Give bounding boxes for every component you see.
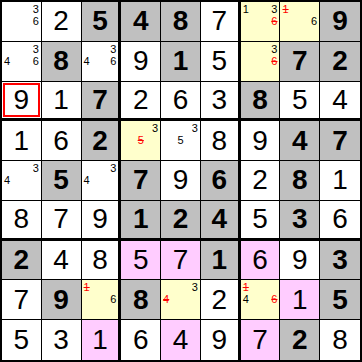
cell-value: 1 (14, 127, 30, 155)
cell-value: 2 (292, 326, 308, 354)
cell-r5c8[interactable]: 8 (280, 161, 320, 201)
candidate-grid: 36 (2, 2, 41, 41)
cell-r6c1[interactable]: 8 (2, 201, 42, 241)
cell-value: 2 (211, 286, 227, 314)
cell-r8c8[interactable]: 1 (280, 280, 320, 320)
cell-value: 7 (53, 205, 69, 233)
cell-r1c9[interactable]: 9 (320, 2, 360, 42)
candidate-mark: 3 (105, 44, 116, 56)
cell-r6c5[interactable]: 2 (161, 201, 201, 241)
cell-r6c8[interactable]: 3 (280, 201, 320, 241)
cell-r2c3[interactable]: 346 (82, 42, 122, 82)
cell-value: 1 (332, 166, 348, 194)
cell-value: 9 (133, 47, 149, 75)
cell-r8c7[interactable]: 146 (241, 280, 281, 320)
candidate-mark-eliminated: 6 (266, 55, 278, 67)
cell-value: 8 (53, 47, 69, 75)
cell-r8c4[interactable]: 8 (121, 280, 161, 320)
cell-value: 4 (292, 127, 308, 155)
candidate-mark: 4 (84, 175, 95, 187)
cell-r4c6[interactable]: 8 (201, 121, 241, 161)
candidate-mark: 5 (175, 135, 187, 147)
cell-r1c6[interactable]: 7 (201, 2, 241, 42)
cell-value: 6 (173, 86, 189, 114)
cell-r5c9[interactable]: 1 (320, 161, 360, 201)
cell-r2c7[interactable]: 36 (241, 42, 281, 82)
cell-r4c3[interactable]: 2 (82, 121, 122, 161)
cell-r8c2[interactable]: 9 (42, 280, 82, 320)
cell-value: 7 (14, 286, 30, 314)
cell-r3c4[interactable]: 2 (121, 82, 161, 122)
candidate-mark-eliminated: 4 (163, 294, 175, 306)
cell-r3c8[interactable]: 5 (280, 82, 320, 122)
cell-r3c9[interactable]: 4 (320, 82, 360, 122)
cell-r3c2[interactable]: 1 (42, 82, 82, 122)
cell-r2c8[interactable]: 7 (280, 42, 320, 82)
cell-value: 9 (211, 326, 227, 354)
candidate-mark: 4 (243, 294, 255, 306)
candidate-grid: 136 (241, 2, 280, 41)
cell-r2c9[interactable]: 2 (320, 42, 360, 82)
candidate-mark-eliminated: 5 (135, 135, 147, 147)
cell-r9c9[interactable]: 8 (320, 320, 360, 360)
cell-value: 1 (292, 286, 308, 314)
candidate-grid: 35 (161, 121, 200, 160)
cell-r6c3[interactable]: 9 (82, 201, 122, 241)
cell-r5c4[interactable]: 7 (121, 161, 161, 201)
cell-r2c2[interactable]: 8 (42, 42, 82, 82)
cell-value: 4 (211, 205, 227, 233)
cell-r5c1[interactable]: 34 (2, 161, 42, 201)
cell-value: 2 (173, 205, 189, 233)
candidate-grid: 346 (2, 42, 41, 81)
cell-r7c5[interactable]: 7 (161, 241, 201, 281)
cell-r1c8[interactable]: 16 (280, 2, 320, 42)
cell-r6c6[interactable]: 4 (201, 201, 241, 241)
candidate-mark: 4 (4, 55, 16, 67)
cell-value: 7 (332, 127, 348, 155)
cell-value: 9 (252, 127, 268, 155)
cell-value: 1 (133, 205, 149, 233)
cell-value: 7 (211, 7, 227, 35)
cell-value: 7 (173, 246, 189, 274)
cell-value: 5 (252, 205, 268, 233)
cell-r9c8[interactable]: 2 (280, 320, 320, 360)
candidate-mark: 1 (243, 4, 255, 16)
cell-value: 3 (292, 205, 308, 233)
cell-r2c4[interactable]: 9 (121, 42, 161, 82)
cell-r4c9[interactable]: 7 (320, 121, 360, 161)
cell-r5c7[interactable]: 2 (241, 161, 281, 201)
candidate-grid: 34 (2, 161, 41, 200)
candidate-mark: 6 (105, 294, 116, 306)
cell-r5c5[interactable]: 9 (161, 161, 201, 201)
cell-r4c4[interactable]: 35 (121, 121, 161, 161)
cell-r4c7[interactable]: 9 (241, 121, 281, 161)
candidate-mark: 3 (147, 123, 159, 135)
cell-r5c3[interactable]: 34 (82, 161, 122, 201)
candidate-grid: 346 (82, 42, 119, 81)
cell-r5c2[interactable]: 5 (42, 161, 82, 201)
cell-value: 8 (14, 205, 30, 233)
cell-r8c1[interactable]: 7 (2, 280, 42, 320)
candidate-mark: 3 (266, 4, 278, 16)
cell-value: 4 (173, 326, 189, 354)
cell-value: 7 (92, 86, 108, 114)
cell-value: 2 (252, 166, 268, 194)
cell-r9c1[interactable]: 5 (2, 320, 42, 360)
cell-r7c1[interactable]: 2 (2, 241, 42, 281)
cell-r3c1[interactable]: 9 (2, 82, 42, 122)
cell-value: 9 (92, 205, 108, 233)
cell-r4c8[interactable]: 4 (280, 121, 320, 161)
cell-value: 6 (133, 326, 149, 354)
candidate-grid: 36 (241, 42, 280, 81)
cell-r2c6[interactable]: 5 (201, 42, 241, 82)
cell-r4c2[interactable]: 6 (42, 121, 82, 161)
candidate-mark: 4 (4, 175, 16, 187)
cell-value: 4 (332, 86, 348, 114)
candidate-mark: 3 (27, 4, 39, 16)
candidate-mark: 3 (105, 163, 116, 175)
cell-value: 6 (211, 166, 227, 194)
cell-value: 3 (53, 326, 69, 354)
cell-r1c3[interactable]: 5 (82, 2, 122, 42)
cell-value: 1 (173, 47, 189, 75)
candidate-mark: 3 (27, 163, 39, 175)
cell-r9c5[interactable]: 4 (161, 320, 201, 360)
candidate-mark-eliminated: 1 (243, 282, 255, 294)
cell-r1c1[interactable]: 36 (2, 2, 42, 42)
cell-value: 7 (133, 166, 149, 194)
cell-value: 5 (133, 246, 149, 274)
cell-value: 7 (292, 47, 308, 75)
sudoku-board: 3625487136169346834691536729172638541623… (0, 0, 362, 362)
cell-r2c1[interactable]: 346 (2, 42, 42, 82)
candidate-mark: 3 (186, 282, 198, 294)
cell-value: 7 (252, 326, 268, 354)
cell-r4c5[interactable]: 35 (161, 121, 201, 161)
candidate-mark-eliminated: 6 (266, 294, 278, 306)
cell-r6c9[interactable]: 6 (320, 201, 360, 241)
cell-value: 2 (53, 7, 69, 35)
cell-value: 8 (252, 86, 268, 114)
cell-value: 8 (292, 166, 308, 194)
cell-r7c7[interactable]: 6 (241, 241, 281, 281)
cell-r7c9[interactable]: 3 (320, 241, 360, 281)
cell-r1c5[interactable]: 8 (161, 2, 201, 42)
cell-r6c2[interactable]: 7 (42, 201, 82, 241)
cell-r8c5[interactable]: 34 (161, 280, 201, 320)
cell-value: 5 (332, 286, 348, 314)
cell-r3c5[interactable]: 6 (161, 82, 201, 122)
cell-r1c2[interactable]: 2 (42, 2, 82, 42)
cell-value: 5 (211, 47, 227, 75)
cell-value: 9 (14, 86, 30, 114)
cell-value: 5 (92, 7, 108, 35)
cell-value: 3 (332, 246, 348, 274)
candidate-mark: 3 (186, 123, 198, 135)
candidate-mark: 4 (84, 55, 95, 67)
cell-value: 9 (292, 246, 308, 274)
candidate-mark-eliminated: 1 (84, 282, 95, 294)
cell-value: 4 (133, 7, 149, 35)
cell-value: 2 (14, 246, 30, 274)
cell-value: 2 (92, 127, 108, 155)
cell-r9c2[interactable]: 3 (42, 320, 82, 360)
cell-r7c3[interactable]: 8 (82, 241, 122, 281)
cell-value: 9 (53, 286, 69, 314)
cell-r3c7[interactable]: 8 (241, 82, 281, 122)
candidate-grid: 34 (82, 161, 119, 200)
candidate-grid: 16 (280, 2, 319, 41)
cell-value: 6 (53, 127, 69, 155)
cell-r6c7[interactable]: 5 (241, 201, 281, 241)
candidate-mark: 6 (105, 55, 116, 67)
cell-r1c7[interactable]: 136 (241, 2, 281, 42)
cell-r8c3[interactable]: 16 (82, 280, 122, 320)
cell-r4c1[interactable]: 1 (2, 121, 42, 161)
candidate-mark: 3 (266, 44, 278, 56)
cell-r7c6[interactable]: 1 (201, 241, 241, 281)
cell-r7c4[interactable]: 5 (121, 241, 161, 281)
cell-value: 6 (332, 205, 348, 233)
cell-r8c6[interactable]: 2 (201, 280, 241, 320)
cell-value: 9 (173, 166, 189, 194)
candidate-grid: 35 (121, 121, 160, 160)
cell-r2c5[interactable]: 1 (161, 42, 201, 82)
cell-value: 9 (332, 7, 348, 35)
cell-value: 2 (133, 86, 149, 114)
cell-value: 8 (173, 7, 189, 35)
candidate-grid: 34 (161, 280, 200, 319)
candidate-mark-eliminated: 6 (266, 16, 278, 28)
candidate-mark: 6 (27, 16, 39, 28)
cell-value: 1 (211, 246, 227, 274)
cell-r9c6[interactable]: 9 (201, 320, 241, 360)
candidate-mark: 6 (306, 16, 318, 28)
cell-value: 1 (53, 86, 69, 114)
cell-value: 2 (332, 47, 348, 75)
cell-r9c4[interactable]: 6 (121, 320, 161, 360)
candidate-mark-eliminated: 1 (282, 4, 294, 16)
cell-r3c6[interactable]: 3 (201, 82, 241, 122)
cell-value: 8 (92, 246, 108, 274)
cell-r1c4[interactable]: 4 (121, 2, 161, 42)
cell-r5c6[interactable]: 6 (201, 161, 241, 201)
cell-value: 3 (211, 86, 227, 114)
candidate-grid: 16 (82, 280, 119, 319)
cell-r9c7[interactable]: 7 (241, 320, 281, 360)
cell-r9c3[interactable]: 1 (82, 320, 122, 360)
candidate-grid: 146 (241, 280, 280, 319)
cell-value: 5 (292, 86, 308, 114)
cell-r6c4[interactable]: 1 (121, 201, 161, 241)
cell-r7c8[interactable]: 9 (280, 241, 320, 281)
cell-r7c2[interactable]: 4 (42, 241, 82, 281)
cell-value: 8 (133, 286, 149, 314)
cell-value: 8 (332, 326, 348, 354)
cell-value: 5 (14, 326, 30, 354)
cell-r8c9[interactable]: 5 (320, 280, 360, 320)
candidate-mark: 3 (27, 44, 39, 56)
candidate-mark: 6 (27, 55, 39, 67)
cell-value: 4 (53, 246, 69, 274)
cell-value: 5 (53, 166, 69, 194)
cell-value: 8 (211, 127, 227, 155)
cell-value: 1 (92, 326, 108, 354)
cell-value: 6 (252, 246, 268, 274)
cell-r3c3[interactable]: 7 (82, 82, 122, 122)
